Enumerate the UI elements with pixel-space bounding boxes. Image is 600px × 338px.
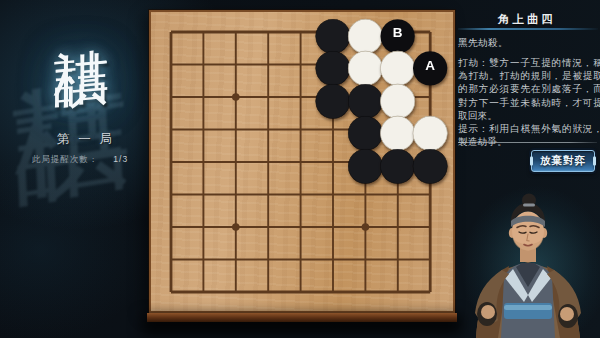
- point-4-3[interactable]: [252, 81, 284, 114]
- point-2-5[interactable]: [187, 146, 219, 179]
- point-2-8[interactable]: [187, 243, 219, 276]
- point-6-6[interactable]: [317, 178, 349, 211]
- point-1-1[interactable]: [155, 16, 187, 49]
- point-7-9[interactable]: [349, 276, 381, 309]
- npc-portrait: [468, 192, 586, 338]
- point-1-3[interactable]: [155, 81, 187, 114]
- point-2-6[interactable]: [187, 178, 219, 211]
- point-6-7[interactable]: [317, 211, 349, 244]
- go-board[interactable]: ●●●B●●●●A●●●●●●●●●: [149, 10, 455, 313]
- point-4-8[interactable]: [252, 243, 284, 276]
- point-3-7[interactable]: [220, 211, 252, 244]
- point-4-7[interactable]: [252, 211, 284, 244]
- tsumego-screen: 詰棋 詰棋 第一局 此局提醒次數： 1/3 ●●●B●●●●A●●●●●●●●●…: [0, 0, 600, 338]
- point-2-2[interactable]: [187, 48, 219, 81]
- black-stone: ●: [317, 81, 349, 114]
- point-3-1[interactable]: [220, 16, 252, 49]
- choice-letter: A: [414, 48, 446, 81]
- point-8-9[interactable]: [382, 276, 414, 309]
- point-5-7[interactable]: [284, 211, 316, 244]
- point-5-4[interactable]: [284, 113, 316, 146]
- round-label: 第一局: [0, 131, 169, 148]
- puzzle-task: 黑先劫殺。: [458, 37, 600, 50]
- stones-layer: ●●●B●●●●A●●●●●●●●●: [155, 16, 447, 309]
- point-3-5[interactable]: [220, 146, 252, 179]
- black-stone: ●: [349, 146, 381, 179]
- point-5-5[interactable]: [284, 146, 316, 179]
- puzzle-mode-title: 詰棋: [54, 2, 110, 15]
- point-8-7[interactable]: [382, 211, 414, 244]
- point-1-8[interactable]: [155, 243, 187, 276]
- point-6-3[interactable]: ●: [317, 81, 349, 114]
- point-7-5[interactable]: ●: [349, 146, 381, 179]
- point-5-2[interactable]: [284, 48, 316, 81]
- point-6-5[interactable]: [317, 146, 349, 179]
- point-1-6[interactable]: [155, 178, 187, 211]
- board-side-edge: [147, 313, 457, 322]
- point-4-1[interactable]: [252, 16, 284, 49]
- point-8-6[interactable]: [382, 178, 414, 211]
- point-4-9[interactable]: [252, 276, 284, 309]
- point-2-9[interactable]: [187, 276, 219, 309]
- point-2-3[interactable]: [187, 81, 219, 114]
- point-7-7[interactable]: [349, 211, 381, 244]
- point-7-8[interactable]: [349, 243, 381, 276]
- hint-counter-value: 1/3: [113, 154, 128, 166]
- puzzle-title: 角上曲四: [458, 12, 596, 27]
- point-4-5[interactable]: [252, 146, 284, 179]
- point-1-9[interactable]: [155, 276, 187, 309]
- point-1-5[interactable]: [155, 146, 187, 179]
- left-panel: 詰棋 詰棋 第一局 此局提醒次數： 1/3: [0, 0, 165, 338]
- point-3-6[interactable]: [220, 178, 252, 211]
- point-5-8[interactable]: [284, 243, 316, 276]
- point-6-8[interactable]: [317, 243, 349, 276]
- point-5-6[interactable]: [284, 178, 316, 211]
- point-1-7[interactable]: [155, 211, 187, 244]
- point-6-4[interactable]: [317, 113, 349, 146]
- point-9-2[interactable]: ●A: [414, 48, 446, 81]
- hint-counter-label: 此局提醒次數：: [32, 154, 99, 166]
- rule-text: 打劫：雙方一子互提的情況，稱為打劫。打劫的規則，是被提取的那方必須要先在別處落子…: [458, 56, 600, 122]
- point-2-7[interactable]: [187, 211, 219, 244]
- point-2-4[interactable]: [187, 113, 219, 146]
- point-1-4[interactable]: [155, 113, 187, 146]
- point-3-3[interactable]: [220, 81, 252, 114]
- point-4-6[interactable]: [252, 178, 284, 211]
- hint-text: 提示：利用白棋無外氣的狀況，製造劫爭。: [458, 122, 600, 148]
- point-5-1[interactable]: [284, 16, 316, 49]
- point-6-9[interactable]: [317, 276, 349, 309]
- point-3-2[interactable]: [220, 48, 252, 81]
- point-3-9[interactable]: [220, 276, 252, 309]
- point-3-4[interactable]: [220, 113, 252, 146]
- puzzle-description: 打劫：雙方一子互提的情況，稱為打劫。打劫的規則，是被提取的那方必須要先在別處落子…: [458, 56, 600, 148]
- point-8-5[interactable]: ●: [382, 146, 414, 179]
- point-2-1[interactable]: [187, 16, 219, 49]
- hint-counter: 此局提醒次數： 1/3: [0, 154, 160, 166]
- title-divider: [458, 28, 598, 30]
- point-5-3[interactable]: [284, 81, 316, 114]
- point-4-4[interactable]: [252, 113, 284, 146]
- point-3-8[interactable]: [220, 243, 252, 276]
- choice-marker-A[interactable]: ●A: [414, 48, 446, 81]
- point-8-8[interactable]: [382, 243, 414, 276]
- point-7-6[interactable]: [349, 178, 381, 211]
- point-1-2[interactable]: [155, 48, 187, 81]
- button-divider: [458, 142, 597, 143]
- black-stone: ●: [382, 146, 414, 179]
- point-4-2[interactable]: [252, 48, 284, 81]
- point-5-9[interactable]: [284, 276, 316, 309]
